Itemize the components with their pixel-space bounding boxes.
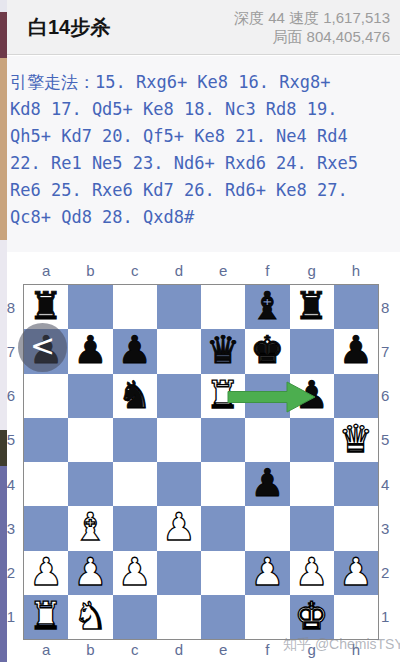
square-f4[interactable]: ♟ [245, 462, 289, 506]
piece-white-pawn[interactable]: ♟ [295, 553, 329, 591]
file-label-a: a [24, 641, 68, 661]
rank-label-2: 2 [381, 564, 389, 581]
square-b4[interactable] [68, 462, 112, 506]
rank-label-4: 4 [381, 476, 389, 493]
square-d2[interactable] [157, 551, 201, 595]
square-d7[interactable] [157, 329, 201, 373]
square-d1[interactable] [157, 595, 201, 639]
rank-labels-right: 87654321 [381, 285, 399, 639]
square-c1[interactable] [113, 595, 157, 639]
chevron-left-icon: < [30, 328, 55, 363]
rank-label-8: 8 [381, 299, 389, 316]
square-c7[interactable]: ♟ [113, 329, 157, 373]
square-a6[interactable] [24, 374, 68, 418]
file-label-e: e [201, 262, 245, 282]
square-d8[interactable] [157, 285, 201, 329]
file-label-f: f [245, 262, 289, 282]
square-c3[interactable] [113, 506, 157, 550]
square-e4[interactable] [201, 462, 245, 506]
piece-black-pawn[interactable]: ♟ [73, 331, 107, 369]
square-g3[interactable] [290, 506, 334, 550]
square-c8[interactable] [113, 285, 157, 329]
app-screen: 白14步杀 深度 44 速度 1,617,513 局面 804,405,476 … [0, 0, 400, 662]
screen-edge-strip [0, 0, 7, 662]
square-f3[interactable] [245, 506, 289, 550]
piece-black-knight[interactable]: ♞ [118, 376, 152, 414]
file-label-g: g [290, 262, 334, 282]
piece-black-rook[interactable]: ♜ [29, 287, 63, 325]
rank-label-5: 5 [381, 431, 389, 448]
engine-line-panel: 引擎走法：15. Rxg6+ Ke8 16. Rxg8+ Kd8 17. Qd5… [0, 56, 400, 252]
piece-black-pawn[interactable]: ♟ [295, 376, 329, 414]
square-h2[interactable]: ♟ [334, 551, 378, 595]
square-e5[interactable] [201, 418, 245, 462]
chess-board: ♜♝♜♟♟♟♛♚♟♞♜♟♛♟♝♟♟♟♟♟♟♟♜♞♚ [23, 284, 379, 640]
square-b5[interactable] [68, 418, 112, 462]
rank-label-7: 7 [7, 343, 18, 360]
square-b6[interactable] [68, 374, 112, 418]
piece-white-rook[interactable]: ♜ [29, 597, 63, 635]
square-b7[interactable]: ♟ [68, 329, 112, 373]
piece-white-pawn[interactable]: ♟ [339, 553, 373, 591]
top-bar: 白14步杀 深度 44 速度 1,617,513 局面 804,405,476 [0, 0, 400, 55]
square-d3[interactable]: ♟ [157, 506, 201, 550]
file-label-h: h [334, 262, 378, 282]
square-h1[interactable] [334, 595, 378, 639]
rank-label-2: 2 [7, 564, 18, 581]
file-labels-top: abcdefgh [24, 262, 378, 282]
square-a5[interactable] [24, 418, 68, 462]
square-g4[interactable] [290, 462, 334, 506]
square-b3[interactable]: ♝ [68, 506, 112, 550]
file-label-a: a [24, 262, 68, 282]
square-a4[interactable] [24, 462, 68, 506]
square-e6[interactable]: ♜ [201, 374, 245, 418]
rank-label-3: 3 [7, 520, 18, 537]
stats-depth-speed: 深度 44 速度 1,617,513 [234, 8, 390, 27]
square-f1[interactable] [245, 595, 289, 639]
rank-label-6: 6 [381, 387, 389, 404]
mate-status-title: 白14步杀 [28, 14, 110, 41]
piece-white-pawn[interactable]: ♟ [162, 508, 196, 546]
piece-black-king[interactable]: ♚ [250, 331, 284, 369]
piece-white-pawn[interactable]: ♟ [250, 553, 284, 591]
square-c2[interactable]: ♟ [113, 551, 157, 595]
piece-black-pawn[interactable]: ♟ [339, 331, 373, 369]
file-label-d: d [157, 262, 201, 282]
square-c6[interactable]: ♞ [113, 374, 157, 418]
file-label-b: b [68, 641, 112, 661]
square-e8[interactable] [201, 285, 245, 329]
square-d6[interactable] [157, 374, 201, 418]
piece-black-queen[interactable]: ♛ [206, 331, 240, 369]
engine-line-text: 引擎走法：15. Rxg6+ Ke8 16. Rxg8+ Kd8 17. Qd5… [10, 69, 366, 231]
file-label-d: d [157, 641, 201, 661]
file-label-b: b [68, 262, 112, 282]
square-g2[interactable]: ♟ [290, 551, 334, 595]
square-h5[interactable]: ♛ [334, 418, 378, 462]
square-g8[interactable]: ♜ [290, 285, 334, 329]
rank-label-3: 3 [381, 520, 389, 537]
square-g7[interactable] [290, 329, 334, 373]
square-g1[interactable]: ♚ [290, 595, 334, 639]
piece-white-king[interactable]: ♚ [295, 597, 329, 635]
piece-black-pawn[interactable]: ♟ [118, 331, 152, 369]
piece-white-pawn[interactable]: ♟ [29, 553, 63, 591]
watermark-text: 知乎 @ChemisTSY [283, 636, 400, 654]
square-b8[interactable] [68, 285, 112, 329]
square-c5[interactable] [113, 418, 157, 462]
square-f8[interactable]: ♝ [245, 285, 289, 329]
square-d5[interactable] [157, 418, 201, 462]
square-a2[interactable]: ♟ [24, 551, 68, 595]
square-f2[interactable]: ♟ [245, 551, 289, 595]
square-d4[interactable] [157, 462, 201, 506]
rank-label-7: 7 [381, 343, 389, 360]
piece-white-knight[interactable]: ♞ [73, 597, 107, 635]
square-c4[interactable] [113, 462, 157, 506]
piece-white-pawn[interactable]: ♟ [73, 553, 107, 591]
rank-label-1: 1 [381, 608, 389, 625]
square-a3[interactable] [24, 506, 68, 550]
square-f7[interactable]: ♚ [245, 329, 289, 373]
file-label-c: c [113, 262, 157, 282]
square-h8[interactable] [334, 285, 378, 329]
rank-label-8: 8 [7, 299, 18, 316]
square-f6[interactable] [245, 374, 289, 418]
square-b2[interactable]: ♟ [68, 551, 112, 595]
square-e3[interactable] [201, 506, 245, 550]
square-e1[interactable] [201, 595, 245, 639]
rank-label-6: 6 [7, 387, 18, 404]
piece-white-queen[interactable]: ♛ [339, 420, 373, 458]
square-g6[interactable]: ♟ [290, 374, 334, 418]
square-h3[interactable] [334, 506, 378, 550]
file-label-e: e [201, 641, 245, 661]
piece-black-pawn[interactable]: ♟ [250, 464, 284, 502]
square-g5[interactable] [290, 418, 334, 462]
previous-move-button[interactable]: < [18, 323, 67, 372]
rank-label-1: 1 [7, 608, 18, 625]
square-e2[interactable] [201, 551, 245, 595]
piece-black-bishop[interactable]: ♝ [250, 287, 284, 325]
rank-label-5: 5 [7, 431, 18, 448]
square-b1[interactable]: ♞ [68, 595, 112, 639]
square-h6[interactable] [334, 374, 378, 418]
rank-label-4: 4 [7, 476, 18, 493]
square-h4[interactable] [334, 462, 378, 506]
piece-black-rook[interactable]: ♜ [295, 287, 329, 325]
engine-stats: 深度 44 速度 1,617,513 局面 804,405,476 [234, 8, 390, 46]
file-label-c: c [113, 641, 157, 661]
piece-white-rook[interactable]: ♜ [206, 376, 240, 414]
board-grid: ♜♝♜♟♟♟♛♚♟♞♜♟♛♟♝♟♟♟♟♟♟♟♜♞♚ [24, 285, 378, 639]
square-f5[interactable] [245, 418, 289, 462]
piece-white-bishop[interactable]: ♝ [73, 508, 107, 546]
piece-white-pawn[interactable]: ♟ [118, 553, 152, 591]
square-e7[interactable]: ♛ [201, 329, 245, 373]
square-h7[interactable]: ♟ [334, 329, 378, 373]
square-a1[interactable]: ♜ [24, 595, 68, 639]
stats-nodes: 局面 804,405,476 [234, 27, 390, 46]
